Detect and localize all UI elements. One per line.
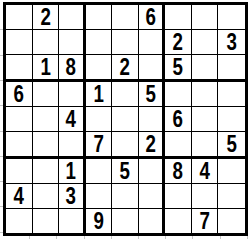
- cell-r8c9[interactable]: [218, 184, 245, 209]
- cell-r7c2[interactable]: [33, 159, 60, 184]
- sudoku-screenshot: 262318256154672515844397: [0, 0, 251, 239]
- sudoku-grid: 262318256154672515844397: [3, 2, 248, 236]
- cell-r4c7[interactable]: [165, 82, 192, 107]
- given-digit: 6: [145, 5, 155, 29]
- cell-r7c3[interactable]: 1: [59, 159, 86, 184]
- cell-r9c4[interactable]: 9: [86, 209, 113, 233]
- given-digit: 3: [227, 30, 237, 54]
- cell-r1c9[interactable]: [218, 5, 245, 30]
- cell-r4c9[interactable]: [218, 82, 245, 107]
- cell-r8c3[interactable]: 3: [59, 184, 86, 209]
- cell-r7c1[interactable]: [6, 159, 33, 184]
- cell-r4c2[interactable]: [33, 82, 60, 107]
- cell-r7c9[interactable]: [218, 159, 245, 184]
- cell-r3c9[interactable]: [218, 55, 245, 82]
- cell-r9c6[interactable]: [139, 209, 166, 233]
- given-digit: 7: [93, 132, 103, 156]
- cell-r8c2[interactable]: [33, 184, 60, 209]
- given-digit: 7: [199, 209, 209, 233]
- cell-r4c1[interactable]: 6: [6, 82, 33, 107]
- cell-r8c8[interactable]: [192, 184, 219, 209]
- cell-r1c2[interactable]: 2: [33, 5, 60, 30]
- cell-r5c9[interactable]: [218, 107, 245, 132]
- given-digit: 6: [14, 82, 24, 106]
- cell-r3c1[interactable]: [6, 55, 33, 82]
- cell-r5c3[interactable]: 4: [59, 107, 86, 132]
- given-digit: 5: [173, 55, 183, 79]
- cell-r6c2[interactable]: [33, 132, 60, 159]
- cell-r6c1[interactable]: [6, 132, 33, 159]
- cell-r1c3[interactable]: [59, 5, 86, 30]
- cell-r2c6[interactable]: [139, 30, 166, 55]
- cell-r5c5[interactable]: [112, 107, 139, 132]
- cell-r9c9[interactable]: [218, 209, 245, 233]
- cell-r6c5[interactable]: [112, 132, 139, 159]
- cell-r4c3[interactable]: [59, 82, 86, 107]
- cell-r9c2[interactable]: [33, 209, 60, 233]
- given-digit: 5: [145, 82, 155, 106]
- cell-r1c7[interactable]: [165, 5, 192, 30]
- cell-r7c4[interactable]: [86, 159, 113, 184]
- cell-r2c4[interactable]: [86, 30, 113, 55]
- cell-r6c8[interactable]: [192, 132, 219, 159]
- cell-r8c6[interactable]: [139, 184, 166, 209]
- cell-r1c8[interactable]: [192, 5, 219, 30]
- cell-r7c7[interactable]: 8: [165, 159, 192, 184]
- given-digit: 1: [40, 55, 50, 79]
- cell-r3c4[interactable]: [86, 55, 113, 82]
- cell-r4c4[interactable]: 1: [86, 82, 113, 107]
- cell-r7c6[interactable]: [139, 159, 166, 184]
- cell-r5c8[interactable]: [192, 107, 219, 132]
- cell-r8c4[interactable]: [86, 184, 113, 209]
- cell-r1c6[interactable]: 6: [139, 5, 166, 30]
- cell-r6c4[interactable]: 7: [86, 132, 113, 159]
- given-digit: 5: [120, 159, 130, 183]
- cell-r7c5[interactable]: 5: [112, 159, 139, 184]
- given-digit: 8: [66, 55, 76, 79]
- cell-r6c9[interactable]: 5: [218, 132, 245, 159]
- cell-r4c6[interactable]: 5: [139, 82, 166, 107]
- given-digit: 1: [93, 82, 103, 106]
- given-digit: 5: [227, 132, 237, 156]
- given-digit: 4: [66, 107, 76, 131]
- cell-r2c2[interactable]: [33, 30, 60, 55]
- cell-r7c8[interactable]: 4: [192, 159, 219, 184]
- given-digit: 4: [14, 184, 24, 208]
- cell-r5c2[interactable]: [33, 107, 60, 132]
- cell-r9c8[interactable]: 7: [192, 209, 219, 233]
- cell-r5c6[interactable]: [139, 107, 166, 132]
- spreadsheet-gridline-ticks-bottom: [3, 236, 248, 239]
- cell-r1c1[interactable]: [6, 5, 33, 30]
- cell-r6c7[interactable]: [165, 132, 192, 159]
- cell-r2c9[interactable]: 3: [218, 30, 245, 55]
- cell-r8c7[interactable]: [165, 184, 192, 209]
- cell-r9c7[interactable]: [165, 209, 192, 233]
- given-digit: 2: [40, 5, 50, 29]
- given-digit: 1: [66, 159, 76, 183]
- given-digit: 2: [145, 132, 155, 156]
- cell-r8c5[interactable]: [112, 184, 139, 209]
- cell-r1c5[interactable]: [112, 5, 139, 30]
- cell-r3c8[interactable]: [192, 55, 219, 82]
- cell-r2c7[interactable]: 2: [165, 30, 192, 55]
- cell-r2c8[interactable]: [192, 30, 219, 55]
- cell-r3c3[interactable]: 8: [59, 55, 86, 82]
- cell-r4c8[interactable]: [192, 82, 219, 107]
- cell-r3c2[interactable]: 1: [33, 55, 60, 82]
- cell-r8c1[interactable]: 4: [6, 184, 33, 209]
- cell-r3c6[interactable]: [139, 55, 166, 82]
- cell-r3c5[interactable]: 2: [112, 55, 139, 82]
- given-digit: 4: [199, 159, 209, 183]
- given-digit: 8: [173, 159, 183, 183]
- cell-r9c1[interactable]: [6, 209, 33, 233]
- cell-r9c3[interactable]: [59, 209, 86, 233]
- given-digit: 2: [173, 30, 183, 54]
- cell-r5c7[interactable]: 6: [165, 107, 192, 132]
- cell-r2c3[interactable]: [59, 30, 86, 55]
- cell-r5c4[interactable]: [86, 107, 113, 132]
- cell-r2c5[interactable]: [112, 30, 139, 55]
- cell-r3c7[interactable]: 5: [165, 55, 192, 82]
- given-digit: 6: [173, 107, 183, 131]
- cell-r1c4[interactable]: [86, 5, 113, 30]
- given-digit: 9: [93, 209, 103, 233]
- cell-r6c6[interactable]: 2: [139, 132, 166, 159]
- given-digit: 2: [120, 55, 130, 79]
- cell-r5c1[interactable]: [6, 107, 33, 132]
- cell-r2c1[interactable]: [6, 30, 33, 55]
- given-digit: 3: [66, 184, 76, 208]
- cell-r4c5[interactable]: [112, 82, 139, 107]
- cell-r6c3[interactable]: [59, 132, 86, 159]
- cell-r9c5[interactable]: [112, 209, 139, 233]
